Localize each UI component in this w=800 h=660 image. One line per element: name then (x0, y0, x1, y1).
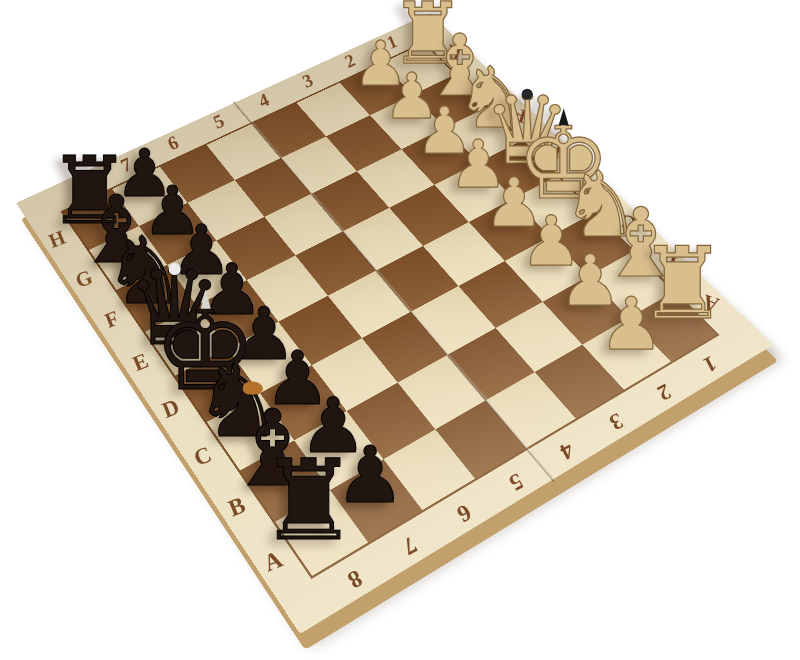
piece-white-pawn-a2[interactable]: ♟ (599, 288, 664, 361)
photo-scene: AABBCCDDEEFFGGHH1122334455667788 ♜♝♞♚♛♞♝… (0, 0, 800, 660)
white-king-finial (558, 109, 568, 126)
white-queen-finial (522, 89, 533, 100)
black-king-finial (200, 289, 210, 308)
piece-black-rook-a8[interactable]: ♜ (259, 444, 359, 555)
black-queen-finial (168, 263, 180, 275)
